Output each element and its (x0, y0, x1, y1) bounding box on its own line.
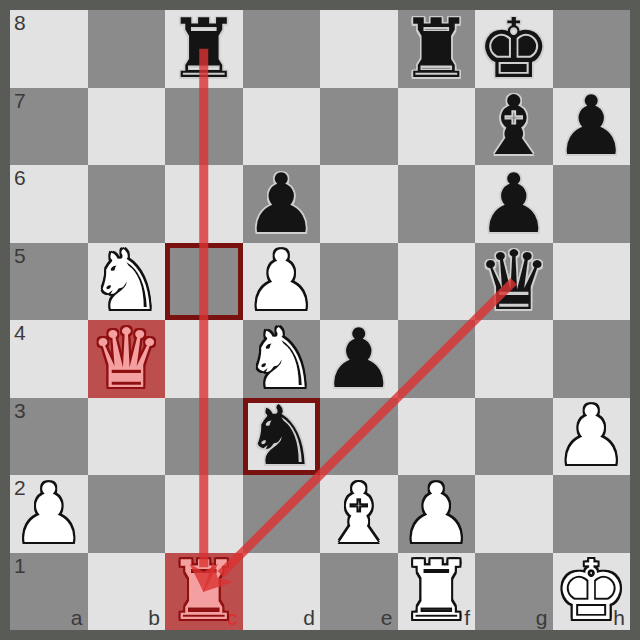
square-d4[interactable]: ♞ (243, 320, 321, 398)
square-d3[interactable]: ♞ (243, 398, 321, 476)
square-g3[interactable] (475, 398, 553, 476)
square-g8[interactable]: ♚ (475, 10, 553, 88)
square-e2[interactable]: ♝ (320, 475, 398, 553)
square-f7[interactable] (398, 88, 476, 166)
square-c2[interactable] (165, 475, 243, 553)
file-label-b: b (148, 607, 160, 628)
file-label-e: e (381, 607, 393, 628)
square-c3[interactable] (165, 398, 243, 476)
square-h7[interactable]: ♟ (553, 88, 631, 166)
rank-label-3: 3 (14, 400, 26, 421)
file-label-d: d (303, 607, 315, 628)
square-g4[interactable] (475, 320, 553, 398)
chess-board: 8♜♜♚7♝♟6♟♟5♞♟♛4♛♞♟3♞♟2♟♝♟1abc♜def♜gh♚ (10, 10, 630, 630)
square-d1[interactable]: d (243, 553, 321, 631)
piece-black-knight-d3[interactable]: ♞ (243, 398, 321, 476)
square-a2[interactable]: 2♟ (10, 475, 88, 553)
square-b5[interactable]: ♞ (88, 243, 166, 321)
square-c5[interactable] (165, 243, 243, 321)
square-e7[interactable] (320, 88, 398, 166)
rank-label-7: 7 (14, 90, 26, 111)
square-c4[interactable] (165, 320, 243, 398)
piece-white-knight-d4[interactable]: ♞ (243, 320, 321, 398)
piece-white-rook-c1[interactable]: ♜ (165, 553, 243, 631)
piece-black-pawn-e4[interactable]: ♟ (320, 320, 398, 398)
square-a8[interactable]: 8 (10, 10, 88, 88)
square-b2[interactable] (88, 475, 166, 553)
piece-white-bishop-e2[interactable]: ♝ (320, 475, 398, 553)
square-b1[interactable]: b (88, 553, 166, 631)
piece-black-bishop-g7[interactable]: ♝ (475, 88, 553, 166)
rank-label-6: 6 (14, 167, 26, 188)
file-label-a: a (71, 607, 83, 628)
piece-black-pawn-h7[interactable]: ♟ (553, 88, 631, 166)
piece-white-pawn-a2[interactable]: ♟ (10, 475, 88, 553)
square-h6[interactable] (553, 165, 631, 243)
square-d6[interactable]: ♟ (243, 165, 321, 243)
square-e4[interactable]: ♟ (320, 320, 398, 398)
square-d8[interactable] (243, 10, 321, 88)
piece-black-queen-g5[interactable]: ♛ (475, 243, 553, 321)
square-b8[interactable] (88, 10, 166, 88)
square-a3[interactable]: 3 (10, 398, 88, 476)
square-a7[interactable]: 7 (10, 88, 88, 166)
rank-label-4: 4 (14, 322, 26, 343)
square-g1[interactable]: g (475, 553, 553, 631)
square-d7[interactable] (243, 88, 321, 166)
piece-white-queen-b4[interactable]: ♛ (88, 320, 166, 398)
square-g2[interactable] (475, 475, 553, 553)
square-g7[interactable]: ♝ (475, 88, 553, 166)
square-e6[interactable] (320, 165, 398, 243)
square-a4[interactable]: 4 (10, 320, 88, 398)
file-label-g: g (536, 607, 548, 628)
square-d5[interactable]: ♟ (243, 243, 321, 321)
piece-white-king-h1[interactable]: ♚ (553, 553, 631, 631)
square-h2[interactable] (553, 475, 631, 553)
square-b3[interactable] (88, 398, 166, 476)
square-b4[interactable]: ♛ (88, 320, 166, 398)
square-h5[interactable] (553, 243, 631, 321)
piece-black-rook-c8[interactable]: ♜ (165, 10, 243, 88)
piece-white-pawn-f2[interactable]: ♟ (398, 475, 476, 553)
square-e5[interactable] (320, 243, 398, 321)
square-b6[interactable] (88, 165, 166, 243)
piece-black-rook-f8[interactable]: ♜ (398, 10, 476, 88)
square-f1[interactable]: f♜ (398, 553, 476, 631)
square-c8[interactable]: ♜ (165, 10, 243, 88)
square-f6[interactable] (398, 165, 476, 243)
piece-black-pawn-d6[interactable]: ♟ (243, 165, 321, 243)
piece-white-pawn-d5[interactable]: ♟ (243, 243, 321, 321)
piece-white-knight-b5[interactable]: ♞ (88, 243, 166, 321)
square-g5[interactable]: ♛ (475, 243, 553, 321)
square-a5[interactable]: 5 (10, 243, 88, 321)
rank-label-5: 5 (14, 245, 26, 266)
square-h4[interactable] (553, 320, 631, 398)
square-b7[interactable] (88, 88, 166, 166)
square-f5[interactable] (398, 243, 476, 321)
piece-black-pawn-g6[interactable]: ♟ (475, 165, 553, 243)
square-d2[interactable] (243, 475, 321, 553)
square-e3[interactable] (320, 398, 398, 476)
square-f8[interactable]: ♜ (398, 10, 476, 88)
square-h1[interactable]: h♚ (553, 553, 631, 631)
square-c1[interactable]: c♜ (165, 553, 243, 631)
square-e1[interactable]: e (320, 553, 398, 631)
square-f3[interactable] (398, 398, 476, 476)
piece-white-pawn-h3[interactable]: ♟ (553, 398, 631, 476)
square-c6[interactable] (165, 165, 243, 243)
rank-label-8: 8 (14, 12, 26, 33)
square-a1[interactable]: 1a (10, 553, 88, 631)
square-e8[interactable] (320, 10, 398, 88)
piece-white-rook-f1[interactable]: ♜ (398, 553, 476, 631)
piece-black-king-g8[interactable]: ♚ (475, 10, 553, 88)
square-g6[interactable]: ♟ (475, 165, 553, 243)
square-f2[interactable]: ♟ (398, 475, 476, 553)
square-a6[interactable]: 6 (10, 165, 88, 243)
square-h3[interactable]: ♟ (553, 398, 631, 476)
square-h8[interactable] (553, 10, 631, 88)
chess-app: { "game": "chess", "position": "2r2rk1/6… (0, 0, 640, 640)
square-f4[interactable] (398, 320, 476, 398)
square-c7[interactable] (165, 88, 243, 166)
